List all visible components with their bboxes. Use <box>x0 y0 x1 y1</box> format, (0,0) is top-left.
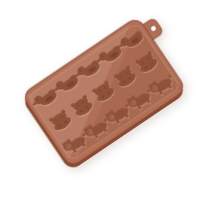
product-photo <box>0 0 200 200</box>
mold-photo-svg <box>0 0 200 200</box>
